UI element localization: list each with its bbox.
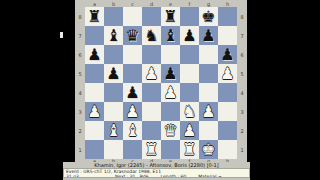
current-move: 31 g3 — [66, 174, 79, 178]
rank-label-4: 4 — [237, 83, 247, 102]
square-e3 — [161, 102, 180, 121]
square-a6: ♟ — [85, 45, 104, 64]
black-bishop: ♝ — [163, 26, 177, 45]
rank-label-3: 3 — [75, 102, 85, 121]
black-pawn: ♟ — [163, 64, 177, 83]
white-bishop: ♝ — [106, 121, 120, 140]
square-b5: ♟ — [104, 64, 123, 83]
square-f5 — [180, 64, 199, 83]
rank-label-6: 6 — [237, 45, 247, 64]
square-d6 — [142, 45, 161, 64]
square-d1: ♜ — [142, 140, 161, 159]
square-h1 — [218, 140, 237, 159]
square-b2: ♝ — [104, 121, 123, 140]
square-c1 — [123, 140, 142, 159]
rank-label-4: 4 — [75, 83, 85, 102]
square-a5 — [85, 64, 104, 83]
square-b6 — [104, 45, 123, 64]
square-f3: ♞ — [180, 102, 199, 121]
square-f2: ♟ — [180, 121, 199, 140]
square-b4 — [104, 83, 123, 102]
square-c4: ♟ — [123, 83, 142, 102]
square-g1: ♚ — [199, 140, 218, 159]
black-rook: ♜ — [87, 7, 101, 26]
square-a7 — [85, 26, 104, 45]
rank-label-7: 7 — [237, 26, 247, 45]
black-pawn: ♟ — [106, 64, 120, 83]
white-pawn: ♟ — [144, 64, 158, 83]
white-pawn: ♟ — [87, 102, 101, 121]
square-h8 — [218, 7, 237, 26]
square-f4 — [180, 83, 199, 102]
material-balance: Material = — [198, 174, 221, 178]
rank-label-7: 7 — [75, 26, 85, 45]
chess-board: ♜♜♚♝♛♞♝♟♟♟♟♟♟♟♟♟♟♟♟♞♟♝♝♛♟♜♜♚ — [85, 7, 237, 159]
square-c2: ♝ — [123, 121, 142, 140]
caption-panel: Khamin, Igor (2245) - Aftonsov, Boris (2… — [63, 162, 250, 180]
square-c8 — [123, 7, 142, 26]
black-rook: ♜ — [163, 7, 177, 26]
square-b1 — [104, 140, 123, 159]
square-h3 — [218, 102, 237, 121]
white-pawn: ♟ — [182, 121, 196, 140]
square-d2 — [142, 121, 161, 140]
square-c3: ♟ — [123, 102, 142, 121]
white-pawn: ♟ — [220, 64, 234, 83]
white-pawn: ♟ — [163, 83, 177, 102]
rank-label-3: 3 — [237, 102, 247, 121]
white-rook: ♜ — [182, 140, 196, 159]
video-frame: abcdefgh 87654321 ♜♜♚♝♛♞♝♟♟♟♟♟♟♟♟♟♟♟♟♞♟♝… — [0, 0, 320, 180]
square-e1 — [161, 140, 180, 159]
square-b3 — [104, 102, 123, 121]
square-h7 — [218, 26, 237, 45]
square-g3: ♟ — [199, 102, 218, 121]
square-h4 — [218, 83, 237, 102]
rank-label-1: 1 — [75, 140, 85, 159]
square-a4 — [85, 83, 104, 102]
square-d4 — [142, 83, 161, 102]
white-bishop: ♝ — [125, 121, 139, 140]
square-f7: ♟ — [180, 26, 199, 45]
square-e8: ♜ — [161, 7, 180, 26]
square-d5: ♟ — [142, 64, 161, 83]
rank-label-5: 5 — [75, 64, 85, 83]
rank-label-8: 8 — [75, 7, 85, 26]
white-knight: ♞ — [182, 102, 196, 121]
black-pawn: ♟ — [125, 83, 139, 102]
square-c5 — [123, 64, 142, 83]
black-pawn: ♟ — [201, 26, 215, 45]
square-c7: ♛ — [123, 26, 142, 45]
square-e2: ♛ — [161, 121, 180, 140]
white-queen: ♛ — [163, 121, 177, 140]
square-g8: ♚ — [199, 7, 218, 26]
square-e7: ♝ — [161, 26, 180, 45]
square-f6 — [180, 45, 199, 64]
rank-labels-right: 87654321 — [237, 7, 247, 159]
square-b8 — [104, 7, 123, 26]
square-b7: ♝ — [104, 26, 123, 45]
white-king: ♚ — [201, 140, 215, 159]
white-pawn: ♟ — [201, 102, 215, 121]
white-pawn: ♟ — [125, 102, 139, 121]
rank-label-6: 6 — [75, 45, 85, 64]
square-f8 — [180, 7, 199, 26]
square-a2 — [85, 121, 104, 140]
black-king: ♚ — [201, 7, 215, 26]
square-d3 — [142, 102, 161, 121]
rank-label-1: 1 — [237, 140, 247, 159]
chess-board-frame: abcdefgh 87654321 ♜♜♚♝♛♞♝♟♟♟♟♟♟♟♟♟♟♟♟♞♟♝… — [75, 0, 247, 163]
rank-label-8: 8 — [237, 7, 247, 26]
square-h6: ♟ — [218, 45, 237, 64]
square-e6 — [161, 45, 180, 64]
black-bishop: ♝ — [106, 26, 120, 45]
file-labels-top: abcdefgh — [85, 0, 237, 7]
square-e5: ♟ — [161, 64, 180, 83]
left-edge-marker — [60, 32, 63, 38]
square-g2 — [199, 121, 218, 140]
game-info-box: Event : URS-chT 1/2, Krasnodar 1988, E11… — [63, 168, 250, 178]
square-g4 — [199, 83, 218, 102]
square-a3: ♟ — [85, 102, 104, 121]
square-g7: ♟ — [199, 26, 218, 45]
white-rook: ♜ — [144, 140, 158, 159]
square-d7: ♞ — [142, 26, 161, 45]
square-c6 — [123, 45, 142, 64]
square-d8 — [142, 7, 161, 26]
black-pawn: ♟ — [182, 26, 196, 45]
rank-labels-left: 87654321 — [75, 7, 85, 159]
square-h2 — [218, 121, 237, 140]
square-a8: ♜ — [85, 7, 104, 26]
rank-label-2: 2 — [75, 121, 85, 140]
next-move: Next : 31...Bd6 — [115, 174, 149, 178]
black-pawn: ♟ — [87, 45, 101, 64]
square-a1 — [85, 140, 104, 159]
black-knight: ♞ — [144, 26, 158, 45]
black-queen: ♛ — [125, 26, 139, 45]
rank-label-5: 5 — [237, 64, 247, 83]
square-f1: ♜ — [180, 140, 199, 159]
rank-label-2: 2 — [237, 121, 247, 140]
status-line: 31 g3 Next : 31...Bd6 Length : 60 Materi… — [64, 174, 249, 178]
square-g5 — [199, 64, 218, 83]
black-pawn: ♟ — [220, 45, 234, 64]
square-e4: ♟ — [161, 83, 180, 102]
square-g6 — [199, 45, 218, 64]
square-h5: ♟ — [218, 64, 237, 83]
game-length: Length : 60 — [161, 174, 187, 178]
